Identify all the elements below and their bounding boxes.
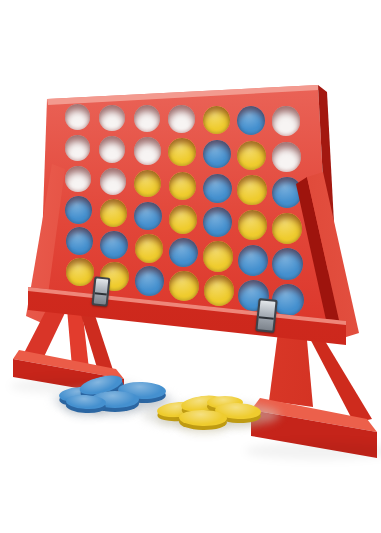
connect-four-photo [0,0,381,533]
loose-yellow-disc-5[interactable] [179,410,227,427]
loose-discs [0,0,381,533]
